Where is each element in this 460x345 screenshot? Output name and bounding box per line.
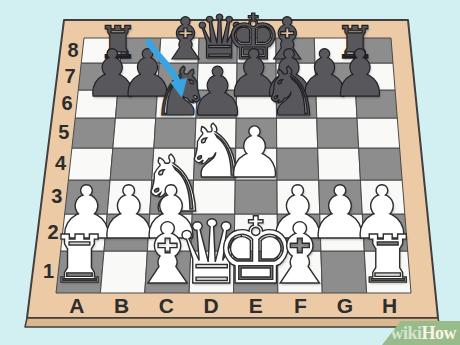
square-d7 xyxy=(197,63,237,90)
square-f4 xyxy=(277,148,319,180)
square-f6 xyxy=(276,90,316,118)
square-c8 xyxy=(159,38,199,63)
rank-label-7: 7 xyxy=(65,65,76,87)
rank-label-4: 4 xyxy=(55,152,67,174)
square-b6 xyxy=(115,90,157,118)
square-c2 xyxy=(147,214,192,251)
square-e6 xyxy=(236,90,276,118)
square-b1 xyxy=(100,251,147,293)
square-c3 xyxy=(150,180,194,214)
square-g2 xyxy=(320,214,365,251)
square-g5 xyxy=(317,118,359,148)
file-label-f: F xyxy=(294,294,307,317)
square-d8 xyxy=(198,38,237,63)
square-b7 xyxy=(118,63,159,90)
rank-label-8: 8 xyxy=(67,39,78,61)
square-b4 xyxy=(110,148,154,180)
square-h3 xyxy=(360,180,404,214)
square-a2 xyxy=(61,214,108,251)
square-f1 xyxy=(278,251,323,293)
square-a4 xyxy=(68,148,112,180)
square-c4 xyxy=(152,148,195,180)
square-c6 xyxy=(156,90,197,118)
square-d5 xyxy=(195,118,236,148)
square-e3 xyxy=(235,180,278,214)
wikihow-how-text: How xyxy=(422,323,457,344)
square-g8 xyxy=(314,38,354,63)
rank-label-6: 6 xyxy=(62,92,73,114)
square-d2 xyxy=(191,214,235,251)
square-h5 xyxy=(357,118,400,148)
square-a5 xyxy=(72,118,116,148)
file-label-h: H xyxy=(382,294,397,317)
square-h6 xyxy=(355,90,397,118)
square-d6 xyxy=(196,90,237,118)
chess-board: ABCDEFGH12345678 xyxy=(0,0,460,345)
square-e2 xyxy=(234,214,277,251)
square-g3 xyxy=(319,180,363,214)
square-g1 xyxy=(321,251,367,293)
square-f7 xyxy=(276,63,316,90)
square-a1 xyxy=(56,251,104,293)
square-a6 xyxy=(75,90,118,118)
square-b5 xyxy=(113,118,156,148)
file-label-b: B xyxy=(114,294,129,317)
square-b2 xyxy=(104,214,150,251)
square-b3 xyxy=(107,180,152,214)
square-e5 xyxy=(236,118,277,148)
square-f5 xyxy=(277,118,318,148)
square-a8 xyxy=(81,38,122,63)
square-f3 xyxy=(277,180,320,214)
file-label-e: E xyxy=(249,294,263,317)
square-b8 xyxy=(120,38,161,63)
file-label-d: D xyxy=(203,294,218,317)
square-d3 xyxy=(192,180,235,214)
square-f2 xyxy=(277,214,321,251)
rank-label-2: 2 xyxy=(47,221,58,243)
square-e8 xyxy=(237,38,276,63)
chess-illustration: ABCDEFGH12345678 ♜♝♛♚♝♜♟♟♟♟♟♟♞♟♞♞♟♞♟♟♟♟♟… xyxy=(0,0,460,345)
square-a3 xyxy=(65,180,110,214)
square-g7 xyxy=(315,63,355,90)
square-h2 xyxy=(362,214,407,251)
file-label-c: C xyxy=(159,294,174,317)
square-c5 xyxy=(154,118,196,148)
rank-label-5: 5 xyxy=(58,121,69,143)
board-side-edge xyxy=(25,318,440,327)
square-c7 xyxy=(157,63,198,90)
square-h7 xyxy=(354,63,395,90)
square-f8 xyxy=(276,38,315,63)
square-e4 xyxy=(235,148,277,180)
square-h1 xyxy=(364,251,411,293)
file-label-g: G xyxy=(337,294,353,317)
square-d1 xyxy=(189,251,234,293)
square-a7 xyxy=(78,63,120,90)
square-d4 xyxy=(194,148,236,180)
square-h4 xyxy=(359,148,402,180)
square-c1 xyxy=(145,251,191,293)
file-label-a: A xyxy=(69,294,84,317)
rank-label-3: 3 xyxy=(51,185,62,207)
rank-label-1: 1 xyxy=(43,260,54,282)
square-h8 xyxy=(353,38,393,63)
square-e7 xyxy=(237,63,277,90)
square-g4 xyxy=(318,148,361,180)
square-e1 xyxy=(234,251,278,293)
square-g6 xyxy=(316,90,357,118)
